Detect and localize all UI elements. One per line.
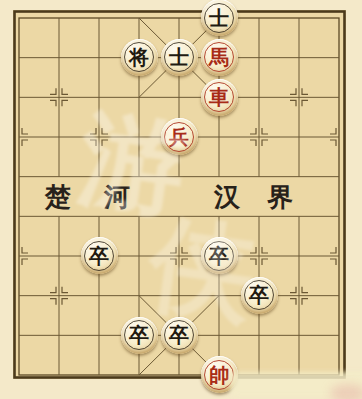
point-5-6[interactable]: 卒: [199, 236, 239, 276]
point-2-9[interactable]: [79, 355, 119, 395]
point-4-5[interactable]: [159, 196, 199, 236]
point-2-5[interactable]: [79, 196, 119, 236]
piece-glyph: 士: [209, 8, 229, 28]
point-7-7[interactable]: [279, 276, 319, 316]
point-1-6[interactable]: [39, 236, 79, 276]
point-3-2[interactable]: [119, 77, 159, 117]
point-8-2[interactable]: [319, 77, 359, 117]
piece-glyph: 卒: [169, 325, 189, 345]
red-soldier[interactable]: 兵: [161, 118, 198, 155]
point-7-4[interactable]: [279, 157, 319, 197]
piece-glyph: 士: [169, 47, 189, 67]
point-0-8[interactable]: [0, 315, 39, 355]
point-5-0[interactable]: 士: [199, 0, 239, 38]
point-2-6[interactable]: 卒: [79, 236, 119, 276]
point-2-8[interactable]: [79, 315, 119, 355]
point-7-2[interactable]: [279, 77, 319, 117]
piece-glyph: 卒: [129, 325, 149, 345]
point-2-3[interactable]: [79, 117, 119, 157]
point-6-5[interactable]: [239, 196, 279, 236]
point-8-9[interactable]: [319, 355, 359, 395]
xiangqi-screenshot: 楚 河 汉 界 士将士馬車兵卒卒卒卒卒帥 游 侠: [0, 0, 362, 399]
point-3-8[interactable]: 卒: [119, 315, 159, 355]
point-5-5[interactable]: [199, 196, 239, 236]
black-soldier[interactable]: 卒: [81, 237, 118, 274]
black-general[interactable]: 将: [121, 39, 158, 76]
point-4-2[interactable]: [159, 77, 199, 117]
point-5-1[interactable]: 馬: [199, 38, 239, 78]
point-2-7[interactable]: [79, 276, 119, 316]
point-0-0[interactable]: [0, 0, 39, 38]
black-soldier[interactable]: 卒: [201, 237, 238, 274]
point-1-1[interactable]: [39, 38, 79, 78]
point-8-7[interactable]: [319, 276, 359, 316]
point-1-8[interactable]: [39, 315, 79, 355]
point-5-7[interactable]: [199, 276, 239, 316]
point-6-0[interactable]: [239, 0, 279, 38]
point-1-2[interactable]: [39, 77, 79, 117]
point-3-1[interactable]: 将: [119, 38, 159, 78]
point-0-3[interactable]: [0, 117, 39, 157]
piece-glyph: 兵: [169, 127, 189, 147]
red-chariot[interactable]: 車: [201, 79, 238, 116]
red-general[interactable]: 帥: [201, 356, 238, 393]
piece-glyph: 帥: [209, 365, 229, 385]
point-4-0[interactable]: [159, 0, 199, 38]
point-4-9[interactable]: [159, 355, 199, 395]
point-4-7[interactable]: [159, 276, 199, 316]
point-5-2[interactable]: 車: [199, 77, 239, 117]
point-0-9[interactable]: [0, 355, 39, 395]
point-7-8[interactable]: [279, 315, 319, 355]
point-5-9[interactable]: 帥: [199, 355, 239, 395]
point-8-6[interactable]: [319, 236, 359, 276]
point-1-7[interactable]: [39, 276, 79, 316]
point-4-1[interactable]: 士: [159, 38, 199, 78]
point-4-8[interactable]: 卒: [159, 315, 199, 355]
point-3-3[interactable]: [119, 117, 159, 157]
point-8-4[interactable]: [319, 157, 359, 197]
point-1-3[interactable]: [39, 117, 79, 157]
black-advisor[interactable]: 士: [201, 0, 238, 36]
piece-glyph: 卒: [209, 246, 229, 266]
point-1-5[interactable]: [39, 196, 79, 236]
point-0-4[interactable]: [0, 157, 39, 197]
point-4-6[interactable]: [159, 236, 199, 276]
point-6-4[interactable]: [239, 157, 279, 197]
piece-glyph: 卒: [89, 246, 109, 266]
point-7-1[interactable]: [279, 38, 319, 78]
point-2-4[interactable]: [79, 157, 119, 197]
point-7-0[interactable]: [279, 0, 319, 38]
point-0-7[interactable]: [0, 276, 39, 316]
point-2-1[interactable]: [79, 38, 119, 78]
point-0-5[interactable]: [0, 196, 39, 236]
point-1-9[interactable]: [39, 355, 79, 395]
piece-layer: 士将士馬車兵卒卒卒卒卒帥: [0, 0, 359, 395]
piece-glyph: 卒: [249, 285, 269, 305]
point-8-3[interactable]: [319, 117, 359, 157]
point-5-3[interactable]: [199, 117, 239, 157]
point-1-0[interactable]: [39, 0, 79, 38]
black-advisor[interactable]: 士: [161, 39, 198, 76]
point-4-3[interactable]: 兵: [159, 117, 199, 157]
point-6-9[interactable]: [239, 355, 279, 395]
piece-glyph: 馬: [209, 47, 229, 67]
point-8-8[interactable]: [319, 315, 359, 355]
red-horse[interactable]: 馬: [201, 39, 238, 76]
point-8-5[interactable]: [319, 196, 359, 236]
point-6-2[interactable]: [239, 77, 279, 117]
point-7-3[interactable]: [279, 117, 319, 157]
point-3-4[interactable]: [119, 157, 159, 197]
black-soldier[interactable]: 卒: [241, 277, 278, 314]
point-3-9[interactable]: [119, 355, 159, 395]
point-6-6[interactable]: [239, 236, 279, 276]
point-0-2[interactable]: [0, 77, 39, 117]
point-6-7[interactable]: 卒: [239, 276, 279, 316]
point-7-6[interactable]: [279, 236, 319, 276]
point-0-1[interactable]: [0, 38, 39, 78]
black-soldier[interactable]: 卒: [161, 317, 198, 354]
black-soldier[interactable]: 卒: [121, 317, 158, 354]
point-4-4[interactable]: [159, 157, 199, 197]
point-3-6[interactable]: [119, 236, 159, 276]
point-7-5[interactable]: [279, 196, 319, 236]
point-3-0[interactable]: [119, 0, 159, 38]
point-6-3[interactable]: [239, 117, 279, 157]
point-0-6[interactable]: [0, 236, 39, 276]
point-2-0[interactable]: [79, 0, 119, 38]
point-1-4[interactable]: [39, 157, 79, 197]
point-5-4[interactable]: [199, 157, 239, 197]
point-6-8[interactable]: [239, 315, 279, 355]
point-3-7[interactable]: [119, 276, 159, 316]
point-2-2[interactable]: [79, 77, 119, 117]
point-7-9[interactable]: [279, 355, 319, 395]
piece-glyph: 将: [129, 47, 149, 67]
piece-glyph: 車: [209, 87, 229, 107]
point-8-1[interactable]: [319, 38, 359, 78]
point-8-0[interactable]: [319, 0, 359, 38]
point-6-1[interactable]: [239, 38, 279, 78]
point-5-8[interactable]: [199, 315, 239, 355]
point-3-5[interactable]: [119, 196, 159, 236]
